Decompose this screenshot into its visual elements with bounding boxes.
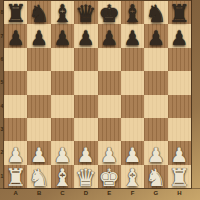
square-h4[interactable] — [168, 95, 191, 118]
white-pawn[interactable]: ♟ — [100, 145, 118, 166]
black-pawn[interactable]: ♟ — [100, 28, 118, 49]
square-c6[interactable] — [51, 48, 74, 71]
square-f6[interactable] — [121, 48, 144, 71]
white-knight[interactable]: ♞ — [145, 167, 167, 190]
black-pawn[interactable]: ♟ — [170, 28, 188, 49]
square-e4[interactable] — [98, 95, 121, 118]
square-f1[interactable]: ♝ — [121, 165, 144, 188]
square-d5[interactable] — [74, 71, 97, 94]
square-e8[interactable]: ♚ — [98, 1, 121, 24]
black-pawn[interactable]: ♟ — [124, 28, 142, 49]
square-f2[interactable]: ♟ — [121, 141, 144, 164]
white-knight[interactable]: ♞ — [28, 167, 50, 190]
white-pawn[interactable]: ♟ — [53, 145, 71, 166]
white-pawn[interactable]: ♟ — [147, 145, 165, 166]
white-pawn[interactable]: ♟ — [7, 145, 25, 166]
file-label-f: F — [121, 188, 144, 197]
square-c4[interactable] — [51, 95, 74, 118]
square-d2[interactable]: ♟ — [74, 141, 97, 164]
square-e5[interactable] — [98, 71, 121, 94]
square-b8[interactable]: ♞ — [27, 1, 50, 24]
square-c2[interactable]: ♟ — [51, 141, 74, 164]
square-a1[interactable]: ♜ — [4, 165, 27, 188]
chess-app-window: ♜♞♝♛♚♝♞♜♟♟♟♟♟♟♟♟♟♟♟♟♟♟♟♟♜♞♝♛♚♝♞♜ 8765432… — [0, 0, 200, 200]
square-h2[interactable]: ♟ — [168, 141, 191, 164]
square-e6[interactable] — [98, 48, 121, 71]
black-pawn[interactable]: ♟ — [147, 28, 165, 49]
square-e1[interactable]: ♚ — [98, 165, 121, 188]
square-b3[interactable] — [27, 118, 50, 141]
square-f5[interactable] — [121, 71, 144, 94]
square-h3[interactable] — [168, 118, 191, 141]
square-h5[interactable] — [168, 71, 191, 94]
white-pawn[interactable]: ♟ — [170, 145, 188, 166]
file-label-g: G — [144, 188, 167, 197]
square-b6[interactable] — [27, 48, 50, 71]
file-label-e: E — [98, 188, 121, 197]
square-e7[interactable]: ♟ — [98, 24, 121, 47]
white-king[interactable]: ♚ — [98, 167, 120, 190]
square-d8[interactable]: ♛ — [74, 1, 97, 24]
square-b7[interactable]: ♟ — [27, 24, 50, 47]
black-bishop[interactable]: ♝ — [52, 3, 74, 26]
square-h8[interactable]: ♜ — [168, 1, 191, 24]
rank-label-5: 5 — [0, 71, 4, 94]
rank-labels: 87654321 — [0, 1, 4, 188]
black-pawn[interactable]: ♟ — [77, 28, 95, 49]
square-d4[interactable] — [74, 95, 97, 118]
square-g5[interactable] — [144, 71, 167, 94]
file-label-h: H — [168, 188, 191, 197]
file-labels: ABCDEFGH — [4, 188, 191, 197]
square-h6[interactable] — [168, 48, 191, 71]
black-pawn[interactable]: ♟ — [53, 28, 71, 49]
rank-label-2: 2 — [0, 141, 4, 164]
board-frame-edge — [191, 0, 192, 188]
square-g6[interactable] — [144, 48, 167, 71]
rank-label-1: 1 — [0, 165, 4, 188]
square-d7[interactable]: ♟ — [74, 24, 97, 47]
square-a7[interactable]: ♟ — [4, 24, 27, 47]
square-c7[interactable]: ♟ — [51, 24, 74, 47]
board: ♜♞♝♛♚♝♞♜♟♟♟♟♟♟♟♟♟♟♟♟♟♟♟♟♜♞♝♛♚♝♞♜ — [4, 1, 191, 188]
square-e2[interactable]: ♟ — [98, 141, 121, 164]
black-king[interactable]: ♚ — [98, 3, 120, 26]
black-knight[interactable]: ♞ — [145, 3, 167, 26]
file-label-d: D — [74, 188, 97, 197]
square-a8[interactable]: ♜ — [4, 1, 27, 24]
file-label-b: B — [27, 188, 50, 197]
rank-label-6: 6 — [0, 48, 4, 71]
square-a2[interactable]: ♟ — [4, 141, 27, 164]
black-bishop[interactable]: ♝ — [122, 3, 144, 26]
rank-label-4: 4 — [0, 95, 4, 118]
square-d1[interactable]: ♛ — [74, 165, 97, 188]
square-f3[interactable] — [121, 118, 144, 141]
square-a4[interactable] — [4, 95, 27, 118]
black-queen[interactable]: ♛ — [75, 3, 97, 26]
white-pawn[interactable]: ♟ — [77, 145, 95, 166]
file-label-c: C — [51, 188, 74, 197]
square-h7[interactable]: ♟ — [168, 24, 191, 47]
square-b5[interactable] — [27, 71, 50, 94]
square-f8[interactable]: ♝ — [121, 1, 144, 24]
white-bishop[interactable]: ♝ — [122, 167, 144, 190]
square-a5[interactable] — [4, 71, 27, 94]
white-pawn[interactable]: ♟ — [124, 145, 142, 166]
white-rook[interactable]: ♜ — [5, 167, 27, 190]
square-d6[interactable] — [74, 48, 97, 71]
square-c3[interactable] — [51, 118, 74, 141]
black-pawn[interactable]: ♟ — [30, 28, 48, 49]
square-f4[interactable] — [121, 95, 144, 118]
square-c1[interactable]: ♝ — [51, 165, 74, 188]
rank-label-7: 7 — [0, 24, 4, 47]
square-g1[interactable]: ♞ — [144, 165, 167, 188]
square-b2[interactable]: ♟ — [27, 141, 50, 164]
white-rook[interactable]: ♜ — [169, 167, 191, 190]
square-b1[interactable]: ♞ — [27, 165, 50, 188]
square-b4[interactable] — [27, 95, 50, 118]
square-c8[interactable]: ♝ — [51, 1, 74, 24]
black-rook[interactable]: ♜ — [5, 3, 27, 26]
square-d3[interactable] — [74, 118, 97, 141]
square-h1[interactable]: ♜ — [168, 165, 191, 188]
square-g3[interactable] — [144, 118, 167, 141]
square-e3[interactable] — [98, 118, 121, 141]
square-a3[interactable] — [4, 118, 27, 141]
black-pawn[interactable]: ♟ — [7, 28, 25, 49]
black-knight[interactable]: ♞ — [28, 3, 50, 26]
square-a6[interactable] — [4, 48, 27, 71]
white-pawn[interactable]: ♟ — [30, 145, 48, 166]
square-c5[interactable] — [51, 71, 74, 94]
rank-label-8: 8 — [0, 1, 4, 24]
rank-label-3: 3 — [0, 118, 4, 141]
white-bishop[interactable]: ♝ — [52, 167, 74, 190]
square-g8[interactable]: ♞ — [144, 1, 167, 24]
black-rook[interactable]: ♜ — [169, 3, 191, 26]
file-label-a: A — [4, 188, 27, 197]
square-g7[interactable]: ♟ — [144, 24, 167, 47]
white-queen[interactable]: ♛ — [75, 167, 97, 190]
square-f7[interactable]: ♟ — [121, 24, 144, 47]
square-g2[interactable]: ♟ — [144, 141, 167, 164]
square-g4[interactable] — [144, 95, 167, 118]
